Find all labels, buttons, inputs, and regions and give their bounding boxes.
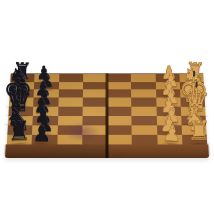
- piece-black-p-a7: ♟: [32, 123, 52, 145]
- piece-white-r-a1: ♜: [187, 118, 211, 145]
- dark-finial: [195, 82, 197, 88]
- piece-white-p-a2: ♟: [161, 123, 181, 145]
- piece-black-r-a8: ♜: [7, 118, 31, 145]
- chess-set-photo: ♜♞♝♛♚♝♞♜♟♟♟♟♟♟♟♟♟♟♟♟♟♟♟♟♜♞♝♛♚♝♞♜: [0, 0, 214, 214]
- dark-finial: [193, 71, 195, 77]
- pieces-layer: ♜♞♝♛♚♝♞♜♟♟♟♟♟♟♟♟♟♟♟♟♟♟♟♟♜♞♝♛♚♝♞♜: [0, 0, 214, 214]
